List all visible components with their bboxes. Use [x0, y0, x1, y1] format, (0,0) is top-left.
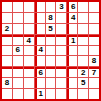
- cell-r4c6[interactable]: [56, 35, 66, 45]
- cell-r7c1[interactable]: [2, 67, 12, 77]
- cell-r7c4[interactable]: 6: [35, 67, 45, 77]
- cell-r1c3[interactable]: [24, 2, 34, 12]
- cell-r1c6[interactable]: 3: [56, 2, 66, 12]
- cell-r5c5[interactable]: [46, 46, 56, 56]
- cell-r9c8[interactable]: [78, 89, 88, 99]
- cell-r6c5[interactable]: [46, 56, 56, 66]
- cell-r7c3[interactable]: [24, 67, 34, 77]
- cell-r1c9[interactable]: [89, 2, 99, 12]
- cell-r3c2[interactable]: [13, 24, 23, 34]
- cell-r4c5[interactable]: [46, 35, 56, 45]
- cell-r2c8[interactable]: [78, 13, 88, 23]
- cell-r9c1[interactable]: [2, 89, 12, 99]
- cell-r4c9[interactable]: [89, 35, 99, 45]
- cell-r2c6[interactable]: [56, 13, 66, 23]
- cell-r9c9[interactable]: [89, 89, 99, 99]
- cell-r7c7[interactable]: [67, 67, 77, 77]
- cell-r6c9[interactable]: 8: [89, 56, 99, 66]
- cell-r9c5[interactable]: [46, 89, 56, 99]
- cell-r5c8[interactable]: [78, 46, 88, 56]
- cell-r5c4[interactable]: 4: [35, 46, 45, 56]
- cell-r9c4[interactable]: 1: [35, 89, 45, 99]
- cell-r8c5[interactable]: [46, 78, 56, 88]
- cell-r9c7[interactable]: [67, 89, 77, 99]
- cell-r2c1[interactable]: [2, 13, 12, 23]
- cell-r2c5[interactable]: 8: [46, 13, 56, 23]
- cell-r7c2[interactable]: [13, 67, 23, 77]
- cell-r4c1[interactable]: [2, 35, 12, 45]
- cell-r5c2[interactable]: 6: [13, 46, 23, 56]
- cell-r7c6[interactable]: [56, 67, 66, 77]
- cell-r2c2[interactable]: [13, 13, 23, 23]
- cell-r3c7[interactable]: [67, 24, 77, 34]
- cell-r1c4[interactable]: [35, 2, 45, 12]
- cell-r1c7[interactable]: 6: [67, 2, 77, 12]
- cell-r9c3[interactable]: [24, 89, 34, 99]
- cell-r9c6[interactable]: [56, 89, 66, 99]
- cell-r5c9[interactable]: [89, 46, 99, 56]
- cell-r8c1[interactable]: 8: [2, 78, 12, 88]
- cell-r7c8[interactable]: 2: [78, 67, 88, 77]
- cell-r8c8[interactable]: 5: [78, 78, 88, 88]
- cell-r6c8[interactable]: [78, 56, 88, 66]
- cell-r2c7[interactable]: 4: [67, 13, 77, 23]
- cell-r4c7[interactable]: 1: [67, 35, 77, 45]
- cell-r7c9[interactable]: 7: [89, 67, 99, 77]
- cell-r4c2[interactable]: [13, 35, 23, 45]
- cell-r6c7[interactable]: [67, 56, 77, 66]
- cell-r2c4[interactable]: [35, 13, 45, 23]
- cell-r4c3[interactable]: 4: [24, 35, 34, 45]
- cell-r6c2[interactable]: [13, 56, 23, 66]
- cell-r8c6[interactable]: [56, 78, 66, 88]
- cell-r3c4[interactable]: [35, 24, 45, 34]
- cell-r2c3[interactable]: [24, 13, 34, 23]
- cell-r1c8[interactable]: [78, 2, 88, 12]
- cell-r3c1[interactable]: 2: [2, 24, 12, 34]
- cell-r3c3[interactable]: [24, 24, 34, 34]
- cell-r4c4[interactable]: [35, 35, 45, 45]
- cell-r1c2[interactable]: [13, 2, 23, 12]
- cell-r3c5[interactable]: 5: [46, 24, 56, 34]
- cell-r6c3[interactable]: [24, 56, 34, 66]
- cell-r3c9[interactable]: [89, 24, 99, 34]
- cell-r9c2[interactable]: [13, 89, 23, 99]
- cell-r1c1[interactable]: [2, 2, 12, 12]
- cell-r8c2[interactable]: [13, 78, 23, 88]
- cell-r8c4[interactable]: [35, 78, 45, 88]
- cell-r6c4[interactable]: [35, 56, 45, 66]
- cell-r3c6[interactable]: [56, 24, 66, 34]
- cell-r2c9[interactable]: [89, 13, 99, 23]
- cell-r1c5[interactable]: [46, 2, 56, 12]
- cell-r8c7[interactable]: [67, 78, 77, 88]
- cell-r7c5[interactable]: [46, 67, 56, 77]
- cell-r5c1[interactable]: [2, 46, 12, 56]
- sudoku-board: 36842541648627851: [0, 0, 101, 101]
- cell-r3c8[interactable]: [78, 24, 88, 34]
- cell-r5c6[interactable]: [56, 46, 66, 56]
- cell-r4c8[interactable]: [78, 35, 88, 45]
- cell-r6c1[interactable]: [2, 56, 12, 66]
- cell-r6c6[interactable]: [56, 56, 66, 66]
- cell-r5c7[interactable]: [67, 46, 77, 56]
- cell-r8c3[interactable]: [24, 78, 34, 88]
- cell-r8c9[interactable]: [89, 78, 99, 88]
- cell-r5c3[interactable]: [24, 46, 34, 56]
